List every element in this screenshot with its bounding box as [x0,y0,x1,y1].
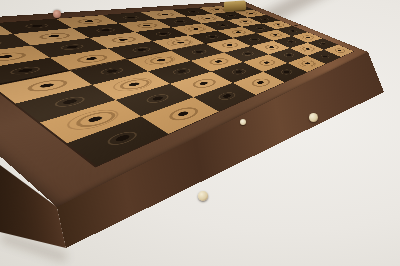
bone-peg-front [198,191,208,201]
bone-peg-right [309,113,318,122]
turned-ring-icon [0,40,3,48]
photo-stage [0,0,400,266]
brass-hinge [224,0,247,12]
bone-peg-small [240,119,246,125]
bone-stud-icon [53,10,61,18]
